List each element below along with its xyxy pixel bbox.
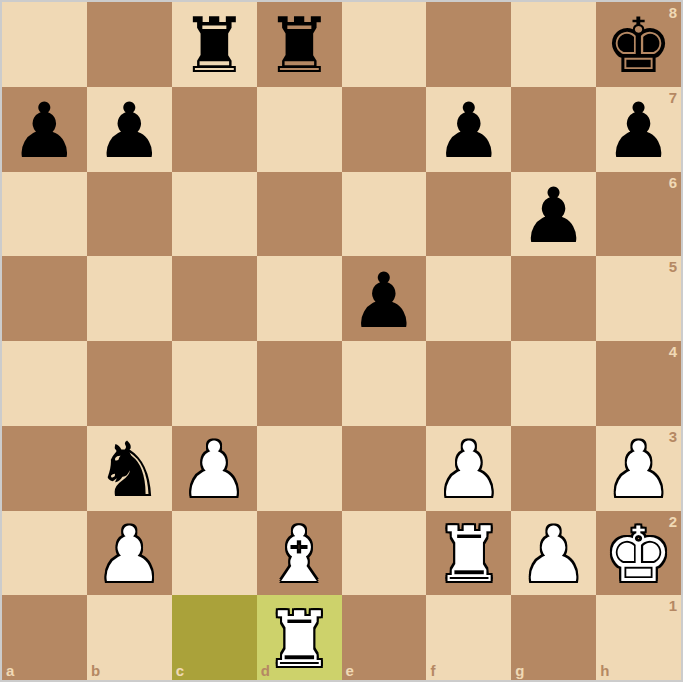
square-c3[interactable]: ♟: [172, 426, 257, 511]
square-g7[interactable]: [511, 87, 596, 172]
square-f7[interactable]: ♟: [426, 87, 511, 172]
square-a7[interactable]: ♟: [2, 87, 87, 172]
square-c7[interactable]: [172, 87, 257, 172]
square-f4[interactable]: [426, 341, 511, 426]
rank-label-4: 4: [669, 344, 677, 359]
square-g2[interactable]: ♟: [511, 511, 596, 596]
piece-black-pawn[interactable]: ♟: [604, 93, 672, 169]
square-a6[interactable]: [2, 172, 87, 257]
piece-white-bishop[interactable]: ♝: [265, 517, 333, 593]
square-g3[interactable]: [511, 426, 596, 511]
file-label-g: g: [515, 663, 524, 678]
square-d6[interactable]: [257, 172, 342, 257]
square-f8[interactable]: [426, 2, 511, 87]
square-e4[interactable]: [342, 341, 427, 426]
square-a8[interactable]: [2, 2, 87, 87]
square-b2[interactable]: ♟: [87, 511, 172, 596]
square-f6[interactable]: [426, 172, 511, 257]
square-d3[interactable]: [257, 426, 342, 511]
square-a4[interactable]: [2, 341, 87, 426]
square-f2[interactable]: ♜: [426, 511, 511, 596]
file-label-e: e: [346, 663, 354, 678]
file-label-c: c: [176, 663, 184, 678]
square-h2[interactable]: ♚2: [596, 511, 681, 596]
square-a3[interactable]: [2, 426, 87, 511]
square-c6[interactable]: [172, 172, 257, 257]
piece-white-rook[interactable]: ♜: [435, 517, 503, 593]
piece-white-king[interactable]: ♚: [604, 517, 672, 593]
square-h7[interactable]: ♟7: [596, 87, 681, 172]
square-f3[interactable]: ♟: [426, 426, 511, 511]
square-h1[interactable]: h1: [596, 595, 681, 680]
square-h6[interactable]: 6: [596, 172, 681, 257]
square-e7[interactable]: [342, 87, 427, 172]
square-d7[interactable]: [257, 87, 342, 172]
square-d8[interactable]: ♜: [257, 2, 342, 87]
square-g5[interactable]: [511, 256, 596, 341]
piece-black-rook[interactable]: ♜: [180, 8, 248, 84]
square-f1[interactable]: f: [426, 595, 511, 680]
square-e3[interactable]: [342, 426, 427, 511]
rank-label-6: 6: [669, 175, 677, 190]
square-b7[interactable]: ♟: [87, 87, 172, 172]
square-h3[interactable]: ♟3: [596, 426, 681, 511]
piece-black-pawn[interactable]: ♟: [95, 93, 163, 169]
square-h4[interactable]: 4: [596, 341, 681, 426]
square-b3[interactable]: ♞: [87, 426, 172, 511]
square-e2[interactable]: [342, 511, 427, 596]
square-c8[interactable]: ♜: [172, 2, 257, 87]
piece-white-pawn[interactable]: ♟: [435, 432, 503, 508]
piece-white-rook[interactable]: ♜: [265, 602, 333, 678]
square-b6[interactable]: [87, 172, 172, 257]
square-d4[interactable]: [257, 341, 342, 426]
chess-board: ♜♜♚8♟♟♟♟7♟6♟54♞♟♟♟3♟♝♜♟♚2abc♜defgh1: [0, 0, 683, 682]
square-e6[interactable]: [342, 172, 427, 257]
piece-white-pawn[interactable]: ♟: [604, 432, 672, 508]
square-f5[interactable]: [426, 256, 511, 341]
piece-black-pawn[interactable]: ♟: [435, 93, 503, 169]
square-c2[interactable]: [172, 511, 257, 596]
square-d5[interactable]: [257, 256, 342, 341]
square-d1[interactable]: ♜d: [257, 595, 342, 680]
piece-black-pawn[interactable]: ♟: [10, 93, 78, 169]
piece-black-king[interactable]: ♚: [604, 8, 672, 84]
square-e1[interactable]: e: [342, 595, 427, 680]
rank-label-5: 5: [669, 259, 677, 274]
file-label-f: f: [430, 663, 435, 678]
rank-label-1: 1: [669, 598, 677, 613]
piece-black-rook[interactable]: ♜: [265, 8, 333, 84]
square-a5[interactable]: [2, 256, 87, 341]
piece-white-pawn[interactable]: ♟: [520, 517, 588, 593]
square-c5[interactable]: [172, 256, 257, 341]
piece-black-pawn[interactable]: ♟: [350, 263, 418, 339]
piece-white-pawn[interactable]: ♟: [180, 432, 248, 508]
square-g1[interactable]: g: [511, 595, 596, 680]
square-g8[interactable]: [511, 2, 596, 87]
square-a1[interactable]: a: [2, 595, 87, 680]
square-a2[interactable]: [2, 511, 87, 596]
file-label-b: b: [91, 663, 100, 678]
square-b5[interactable]: [87, 256, 172, 341]
square-h8[interactable]: ♚8: [596, 2, 681, 87]
piece-black-pawn[interactable]: ♟: [520, 178, 588, 254]
file-label-h: h: [600, 663, 609, 678]
square-c1[interactable]: c: [172, 595, 257, 680]
square-d2[interactable]: ♝: [257, 511, 342, 596]
piece-black-knight[interactable]: ♞: [95, 432, 163, 508]
square-c4[interactable]: [172, 341, 257, 426]
square-g6[interactable]: ♟: [511, 172, 596, 257]
square-e5[interactable]: ♟: [342, 256, 427, 341]
square-b4[interactable]: [87, 341, 172, 426]
square-h5[interactable]: 5: [596, 256, 681, 341]
piece-white-pawn[interactable]: ♟: [95, 517, 163, 593]
square-b1[interactable]: b: [87, 595, 172, 680]
square-e8[interactable]: [342, 2, 427, 87]
file-label-a: a: [6, 663, 14, 678]
square-b8[interactable]: [87, 2, 172, 87]
square-g4[interactable]: [511, 341, 596, 426]
